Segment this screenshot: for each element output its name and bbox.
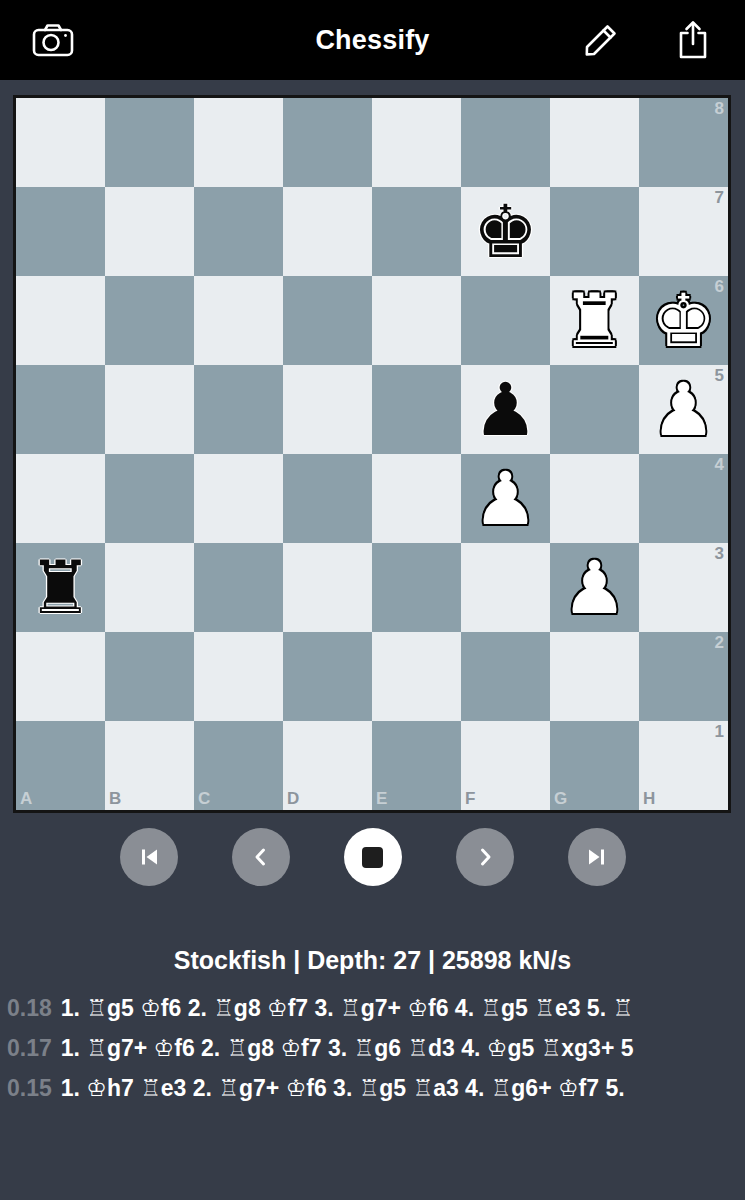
square-f2[interactable] (461, 632, 550, 721)
rank-label-3: 3 (715, 544, 724, 564)
square-d3[interactable] (283, 543, 372, 632)
square-g1[interactable]: G (550, 721, 639, 810)
rank-label-8: 8 (715, 99, 724, 119)
square-g6[interactable]: ♜ (550, 276, 639, 365)
square-g7[interactable] (550, 187, 639, 276)
square-h7[interactable]: 7 (639, 187, 728, 276)
eval-score: 0.15 (7, 1068, 52, 1108)
move-sequence: 1. ♔h7 ♖e3 2. ♖g7+ ♔f6 3. ♖g5 ♖a3 4. ♖g6… (61, 1068, 625, 1108)
square-a5[interactable] (16, 365, 105, 454)
square-a4[interactable] (16, 454, 105, 543)
square-b8[interactable] (105, 98, 194, 187)
square-a3[interactable]: ♜ (16, 543, 105, 632)
square-c4[interactable] (194, 454, 283, 543)
square-e8[interactable] (372, 98, 461, 187)
square-b1[interactable]: B (105, 721, 194, 810)
square-d8[interactable] (283, 98, 372, 187)
file-label-a: A (20, 789, 32, 809)
piece-white-pawn-h5[interactable]: ♟ (639, 365, 728, 454)
square-f7[interactable]: ♚ (461, 187, 550, 276)
square-b2[interactable] (105, 632, 194, 721)
square-b6[interactable] (105, 276, 194, 365)
square-a2[interactable] (16, 632, 105, 721)
piece-black-pawn-f5[interactable]: ♟ (461, 365, 550, 454)
file-label-b: B (109, 789, 121, 809)
file-label-h: H (643, 789, 655, 809)
square-g3[interactable]: ♟ (550, 543, 639, 632)
square-d7[interactable] (283, 187, 372, 276)
chess-board: 8♚7♜6♚♟5♟♟4♜♟32ABCDEFGH1 (16, 98, 728, 810)
square-e2[interactable] (372, 632, 461, 721)
rank-label-4: 4 (715, 455, 724, 475)
square-h6[interactable]: 6♚ (639, 276, 728, 365)
file-label-c: C (198, 789, 210, 809)
piece-white-pawn-g3[interactable]: ♟ (550, 543, 639, 632)
square-g8[interactable] (550, 98, 639, 187)
square-d6[interactable] (283, 276, 372, 365)
share-icon[interactable] (677, 20, 709, 60)
square-c1[interactable]: C (194, 721, 283, 810)
square-h2[interactable]: 2 (639, 632, 728, 721)
square-h8[interactable]: 8 (639, 98, 728, 187)
engine-line-3[interactable]: 0.15 1. ♔h7 ♖e3 2. ♖g7+ ♔f6 3. ♖g5 ♖a3 4… (0, 1068, 745, 1108)
square-c7[interactable] (194, 187, 283, 276)
square-b5[interactable] (105, 365, 194, 454)
engine-status: Stockfish | Depth: 27 | 25898 kN/s (0, 940, 745, 980)
square-b7[interactable] (105, 187, 194, 276)
square-d2[interactable] (283, 632, 372, 721)
playback-controls (0, 828, 745, 886)
rank-label-1: 1 (715, 722, 724, 742)
square-f5[interactable]: ♟ (461, 365, 550, 454)
square-g4[interactable] (550, 454, 639, 543)
skip-to-start-button[interactable] (120, 828, 178, 886)
eval-score: 0.17 (7, 1028, 52, 1068)
move-sequence: 1. ♖g5 ♔f6 2. ♖g8 ♔f7 3. ♖g7+ ♔f6 4. ♖g5… (61, 988, 633, 1028)
square-b4[interactable] (105, 454, 194, 543)
piece-black-rook-a3[interactable]: ♜ (16, 543, 105, 632)
file-label-d: D (287, 789, 299, 809)
square-h1[interactable]: H1 (639, 721, 728, 810)
square-g5[interactable] (550, 365, 639, 454)
stop-icon (362, 847, 383, 868)
square-e1[interactable]: E (372, 721, 461, 810)
square-c3[interactable] (194, 543, 283, 632)
stop-engine-button[interactable] (344, 828, 402, 886)
square-e7[interactable] (372, 187, 461, 276)
square-f8[interactable] (461, 98, 550, 187)
square-e4[interactable] (372, 454, 461, 543)
skip-to-end-button[interactable] (568, 828, 626, 886)
engine-line-2[interactable]: 0.17 1. ♖g7+ ♔f6 2. ♖g8 ♔f7 3. ♖g6 ♖d3 4… (0, 1028, 745, 1068)
engine-panel: Stockfish | Depth: 27 | 25898 kN/s 0.18 … (0, 940, 745, 1108)
square-e6[interactable] (372, 276, 461, 365)
square-e3[interactable] (372, 543, 461, 632)
square-a8[interactable] (16, 98, 105, 187)
engine-lines: 0.18 1. ♖g5 ♔f6 2. ♖g8 ♔f7 3. ♖g7+ ♔f6 4… (0, 988, 745, 1108)
square-h3[interactable]: 3 (639, 543, 728, 632)
edit-pencil-icon[interactable] (583, 20, 619, 60)
board-frame: 8♚7♜6♚♟5♟♟4♜♟32ABCDEFGH1 (13, 95, 731, 813)
square-a7[interactable] (16, 187, 105, 276)
piece-white-king-h6[interactable]: ♚ (639, 276, 728, 365)
square-f4[interactable]: ♟ (461, 454, 550, 543)
file-label-f: F (465, 789, 475, 809)
file-label-e: E (376, 789, 387, 809)
square-c5[interactable] (194, 365, 283, 454)
next-move-button[interactable] (456, 828, 514, 886)
file-label-g: G (554, 789, 567, 809)
rank-label-7: 7 (715, 188, 724, 208)
square-c2[interactable] (194, 632, 283, 721)
square-h4[interactable]: 4 (639, 454, 728, 543)
square-f3[interactable] (461, 543, 550, 632)
square-c6[interactable] (194, 276, 283, 365)
square-g2[interactable] (550, 632, 639, 721)
square-e5[interactable] (372, 365, 461, 454)
square-f1[interactable]: F (461, 721, 550, 810)
square-h5[interactable]: 5♟ (639, 365, 728, 454)
square-c8[interactable] (194, 98, 283, 187)
eval-score: 0.18 (7, 988, 52, 1028)
top-bar: Chessify (0, 0, 745, 80)
square-d5[interactable] (283, 365, 372, 454)
previous-move-button[interactable] (232, 828, 290, 886)
square-b3[interactable] (105, 543, 194, 632)
square-d1[interactable]: D (283, 721, 372, 810)
square-a6[interactable] (16, 276, 105, 365)
piece-white-pawn-f4[interactable]: ♟ (461, 454, 550, 543)
square-d4[interactable] (283, 454, 372, 543)
camera-icon[interactable] (32, 23, 74, 57)
piece-black-king-f7[interactable]: ♚ (461, 187, 550, 276)
move-sequence: 1. ♖g7+ ♔f6 2. ♖g8 ♔f7 3. ♖g6 ♖d3 4. ♔g5… (61, 1028, 634, 1068)
engine-line-1[interactable]: 0.18 1. ♖g5 ♔f6 2. ♖g8 ♔f7 3. ♖g7+ ♔f6 4… (0, 988, 745, 1028)
square-f6[interactable] (461, 276, 550, 365)
square-a1[interactable]: A (16, 721, 105, 810)
rank-label-2: 2 (715, 633, 724, 653)
piece-white-rook-g6[interactable]: ♜ (550, 276, 639, 365)
